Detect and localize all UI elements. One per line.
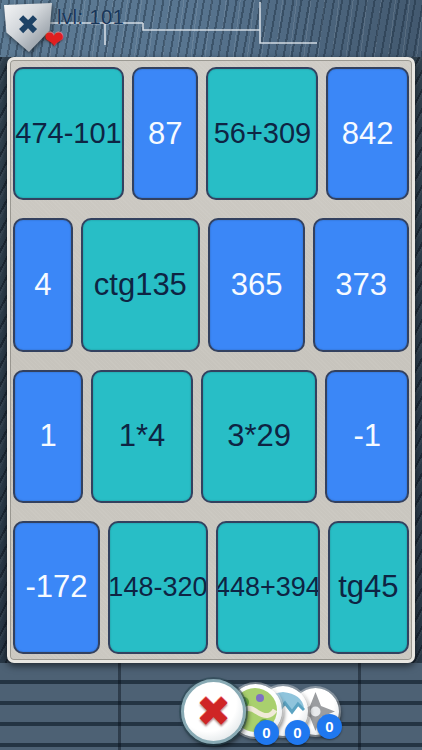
card-r3c2[interactable]: 1*4: [91, 370, 193, 503]
card-r1c4[interactable]: 842: [326, 67, 409, 200]
card-r4c1[interactable]: -172: [13, 521, 100, 654]
card-r2c2[interactable]: ctg135: [81, 218, 200, 351]
card-r4c2[interactable]: 148-320: [108, 521, 208, 654]
card-r3c4[interactable]: -1: [325, 370, 409, 503]
powerup-shuriken-count-badge: 0: [317, 714, 342, 739]
card-r3c3[interactable]: 3*29: [201, 370, 318, 503]
level-label: lvl: 101: [57, 6, 124, 29]
card-r2c4[interactable]: 373: [313, 218, 409, 351]
game-screen: ✖ lvl: 101 ❤ 474-101 87 56+309 842 4 ctg…: [0, 0, 422, 750]
card-r1c3[interactable]: 56+309: [206, 67, 318, 200]
card-row-3: 1 1*4 3*29 -1: [13, 370, 409, 503]
powerup-ice-count-badge: 0: [285, 720, 310, 745]
card-r2c3[interactable]: 365: [208, 218, 305, 351]
life-heart-icon: ❤: [44, 26, 64, 54]
card-r1c2[interactable]: 87: [132, 67, 198, 200]
card-row-2: 4 ctg135 365 373: [13, 218, 409, 351]
powerup-map-count-badge: 0: [254, 720, 279, 745]
card-r2c1[interactable]: 4: [13, 218, 73, 351]
card-board: 474-101 87 56+309 842 4 ctg135 365 373 1…: [7, 57, 415, 663]
card-r4c4[interactable]: tg45: [328, 521, 409, 654]
card-row-1: 474-101 87 56+309 842: [13, 67, 409, 200]
card-r4c3[interactable]: 448+394: [216, 521, 320, 654]
close-icon: ✖: [17, 9, 40, 40]
card-r3c1[interactable]: 1: [13, 370, 83, 503]
red-x-icon: ✖: [196, 691, 231, 733]
card-r1c1[interactable]: 474-101: [13, 67, 124, 200]
card-row-4: -172 148-320 448+394 tg45: [13, 521, 409, 654]
reject-no-match-button[interactable]: ✖: [181, 679, 246, 744]
